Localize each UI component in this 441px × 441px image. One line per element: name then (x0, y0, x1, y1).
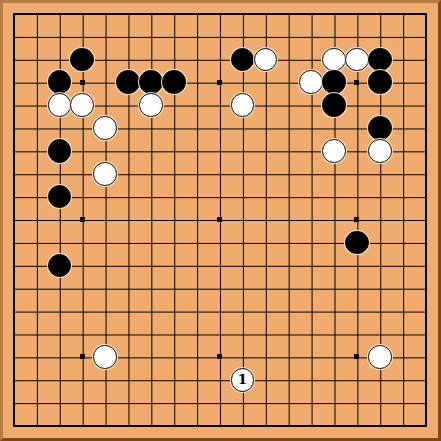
black-stone (48, 139, 72, 163)
black-stone (48, 70, 72, 94)
white-stone (254, 48, 278, 72)
star-point (354, 217, 359, 222)
white-stone (48, 93, 72, 117)
white-stone (322, 48, 346, 72)
white-stone (231, 93, 255, 117)
white-stone-move-1: 1 (231, 368, 255, 392)
star-point (217, 80, 222, 85)
star-point (217, 217, 222, 222)
white-stone (345, 48, 369, 72)
black-stone (48, 254, 72, 278)
black-stone (368, 116, 392, 140)
black-stone (48, 185, 72, 209)
star-point (217, 354, 222, 359)
black-stone (231, 48, 255, 72)
star-point (80, 217, 85, 222)
go-board: 1 (0, 0, 441, 441)
move-number-label: 1 (238, 373, 247, 387)
black-stone (70, 48, 94, 72)
star-point (354, 80, 359, 85)
white-stone (368, 345, 392, 369)
black-stone (345, 231, 369, 255)
black-stone (139, 70, 163, 94)
black-stone (322, 93, 346, 117)
black-stone (368, 48, 392, 72)
white-stone (139, 93, 163, 117)
star-point (80, 80, 85, 85)
white-stone (368, 139, 392, 163)
white-stone (93, 162, 117, 186)
white-stone (93, 116, 117, 140)
star-point (80, 354, 85, 359)
star-point (354, 354, 359, 359)
white-stone (299, 70, 323, 94)
white-stone (70, 93, 94, 117)
black-stone (322, 70, 346, 94)
black-stone (162, 70, 186, 94)
white-stone (322, 139, 346, 163)
white-stone (93, 345, 117, 369)
black-stone (368, 70, 392, 94)
go-board-grid: 1 (2, 2, 437, 437)
black-stone (116, 70, 140, 94)
